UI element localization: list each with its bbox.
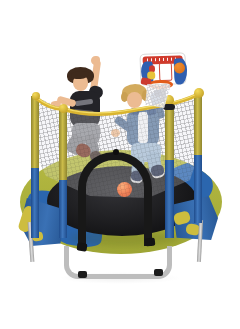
front-leg-clamp-right: [154, 269, 163, 276]
pole-cap-right: [194, 88, 204, 98]
pole-right-sleeve: [194, 155, 202, 223]
arch-zipper-pull: [113, 149, 119, 155]
net-top-band: [28, 86, 208, 130]
boy-left-raised-hand: [91, 56, 100, 65]
entrance-arch: [78, 152, 152, 246]
pole-front-right-sleeve: [165, 160, 174, 238]
pole-left-sleeve: [31, 168, 39, 238]
pole-cap-left: [32, 92, 40, 100]
pole-cap-front-left: [59, 104, 68, 113]
backboard-target-box: [159, 63, 173, 81]
pole-front-left-sleeve: [59, 180, 67, 238]
front-leg-clamp-left: [78, 271, 87, 278]
leg-post-right: [197, 220, 203, 262]
trampoline-product-photo: [0, 0, 240, 329]
